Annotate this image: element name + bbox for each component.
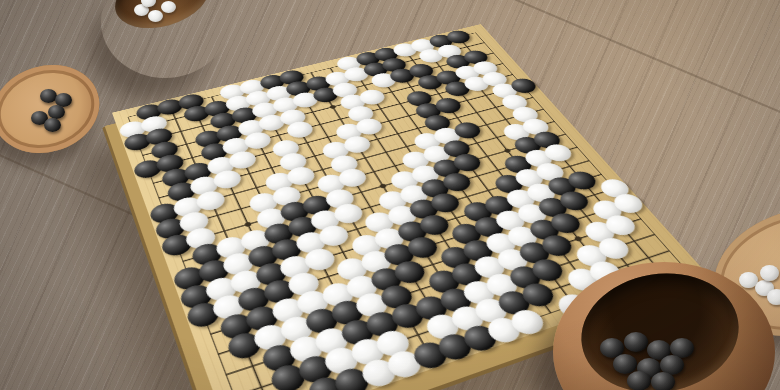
black-stone-in-dish-left[interactable]: [40, 89, 57, 103]
black-stone-in-dish-left[interactable]: [48, 105, 65, 119]
white-stone-in-bowl-top-left[interactable]: [148, 10, 163, 22]
white-stone-in-lid-far-right[interactable]: [760, 265, 779, 281]
black-stone-in-dish-left[interactable]: [44, 118, 61, 132]
black-stone-in-bowl-bottom-right[interactable]: [651, 372, 675, 390]
table: [0, 0, 780, 390]
white-stone-in-bowl-top-left[interactable]: [161, 1, 176, 13]
black-stone-in-bowl-bottom-right[interactable]: [627, 371, 651, 390]
